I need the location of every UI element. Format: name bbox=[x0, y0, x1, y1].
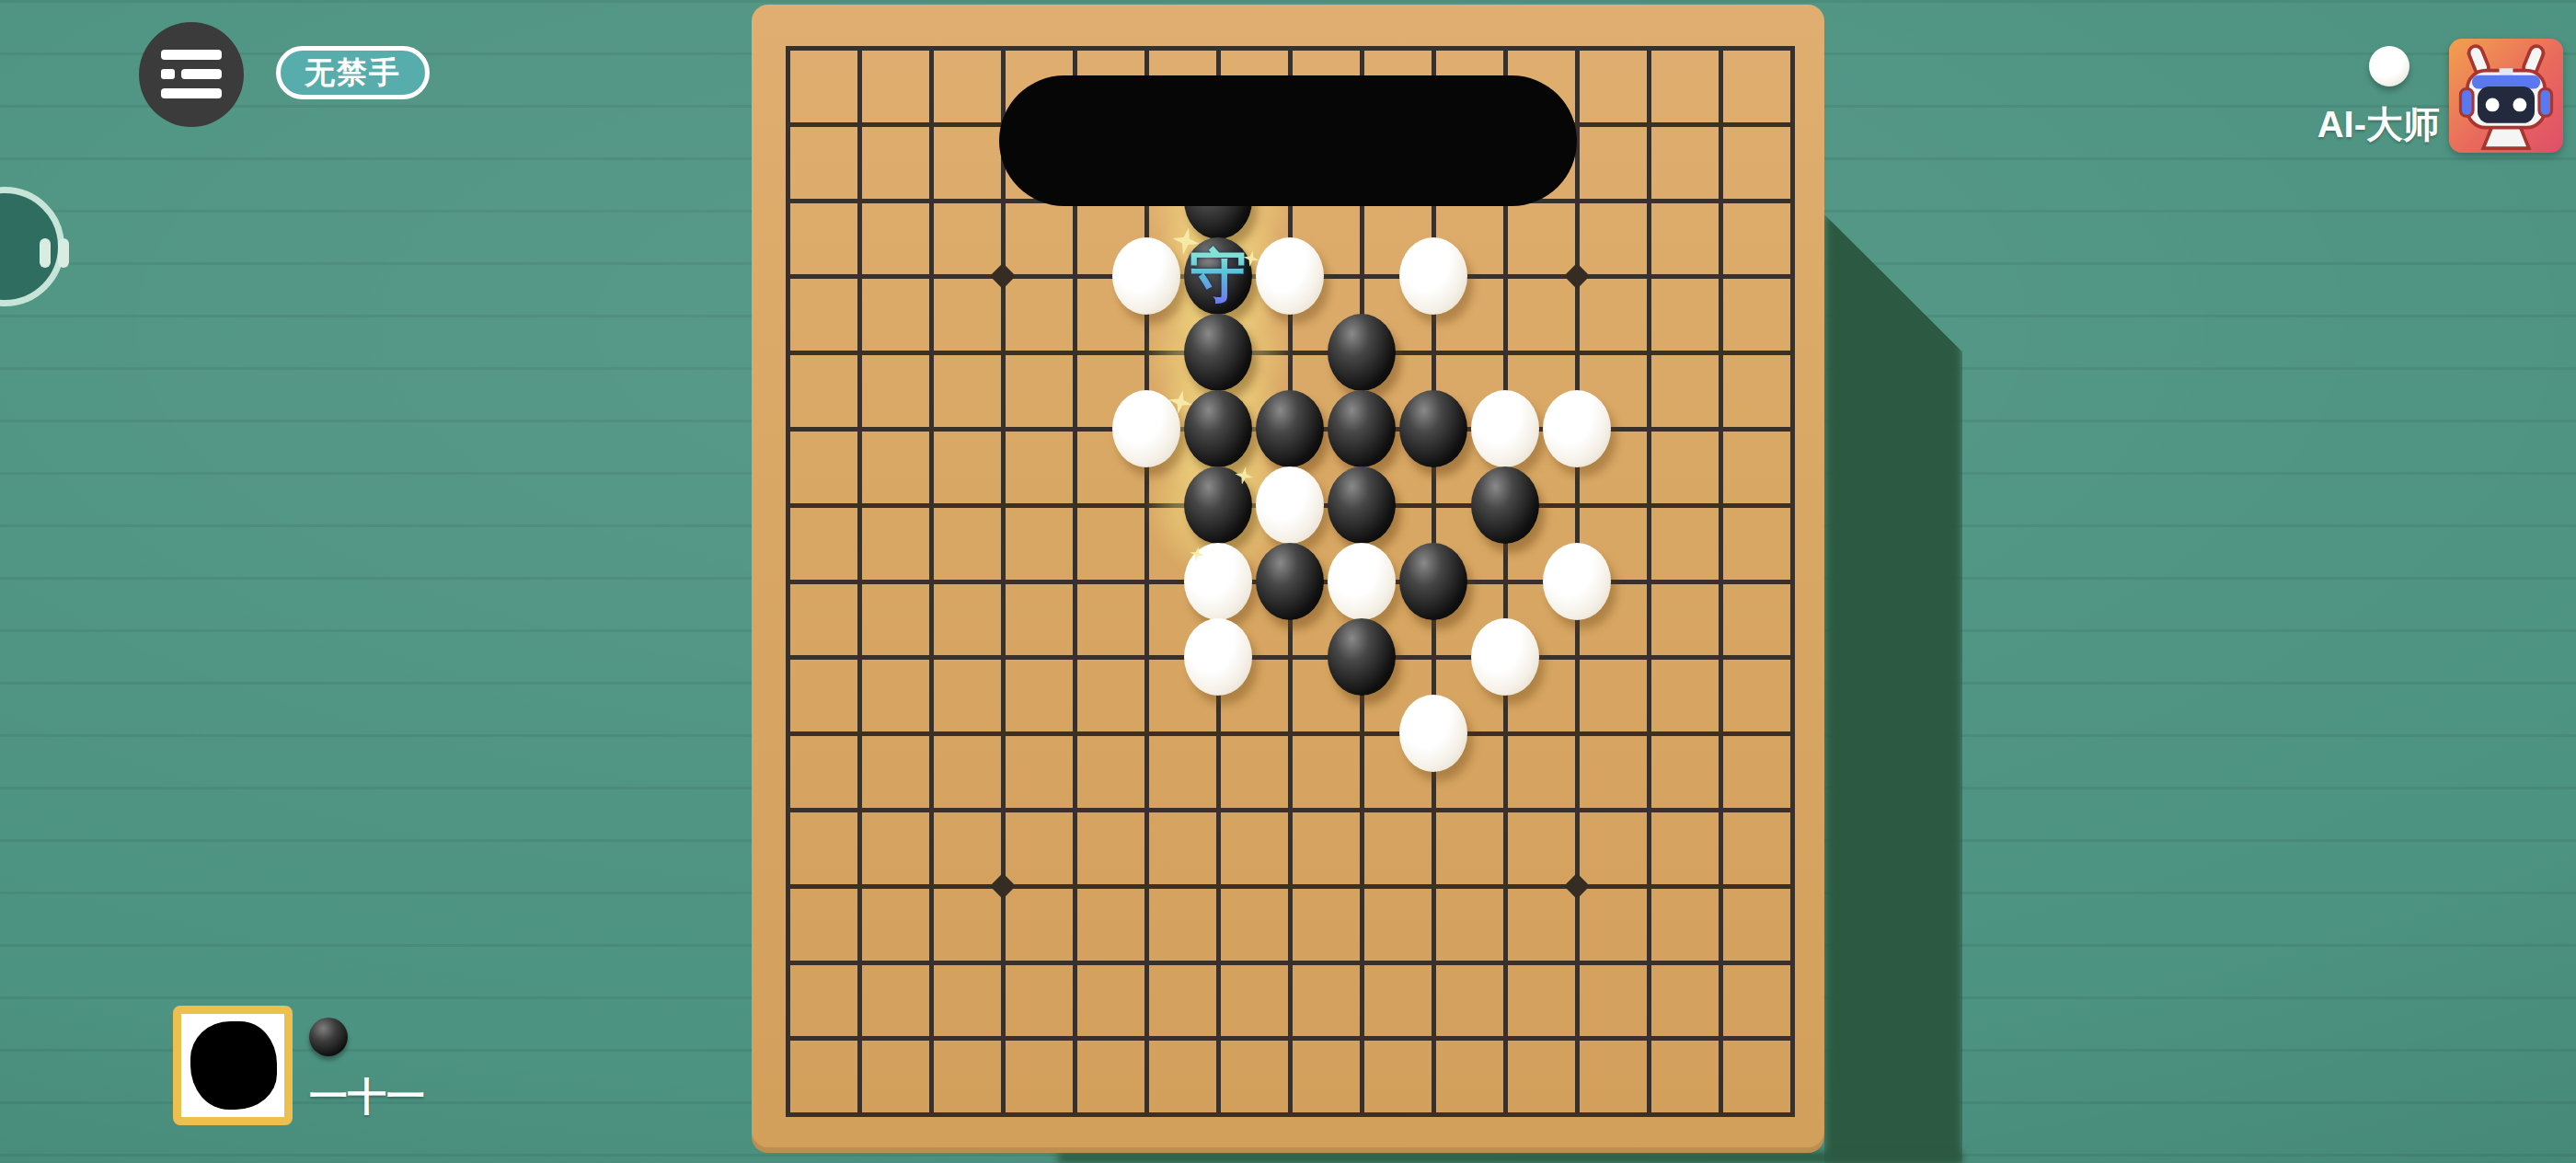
white-stone bbox=[1184, 618, 1252, 696]
side-drawer-handle[interactable] bbox=[0, 187, 64, 306]
black-player-name: 一十一 bbox=[309, 1071, 425, 1123]
pause-handle-icon bbox=[58, 238, 69, 268]
last-move-marker: 守 bbox=[1184, 237, 1252, 315]
game-screen: 守 无禁手 AI-大师 bbox=[0, 0, 2576, 1163]
white-stone-icon bbox=[2369, 46, 2409, 86]
white-stone bbox=[1543, 390, 1611, 467]
white-stone bbox=[1543, 543, 1611, 620]
board-cast-shadow-bottom bbox=[1058, 1152, 1962, 1163]
black-stone bbox=[1328, 466, 1396, 544]
white-stone bbox=[1471, 618, 1539, 696]
white-stone bbox=[1112, 237, 1180, 315]
ai-avatar bbox=[2449, 39, 2563, 153]
black-player-card bbox=[173, 1006, 293, 1125]
redacted-player-banner bbox=[999, 75, 1577, 206]
board-cast-shadow bbox=[1824, 214, 1962, 1163]
white-stone bbox=[1471, 390, 1539, 467]
white-stone bbox=[1399, 237, 1467, 315]
white-stone bbox=[1399, 695, 1467, 772]
black-stone bbox=[1256, 543, 1324, 620]
black-stone bbox=[1399, 390, 1467, 467]
white-stone bbox=[1112, 390, 1180, 467]
black-stone bbox=[1328, 618, 1396, 696]
gomoku-board[interactable]: 守 bbox=[752, 5, 1824, 1153]
white-stone bbox=[1328, 543, 1396, 620]
black-stone bbox=[1399, 543, 1467, 620]
black-stone bbox=[1184, 314, 1252, 391]
rule-badge: 无禁手 bbox=[276, 46, 430, 99]
ai-player-name: AI-大师 bbox=[2226, 99, 2440, 150]
black-stone-avatar bbox=[190, 1021, 277, 1110]
white-stone bbox=[1256, 237, 1324, 315]
black-stone bbox=[1328, 314, 1396, 391]
black-stone-icon bbox=[309, 1018, 348, 1056]
black-stone: 守 bbox=[1184, 237, 1252, 315]
menu-button[interactable] bbox=[139, 22, 244, 127]
white-stone bbox=[1256, 466, 1324, 544]
pause-handle-icon bbox=[40, 238, 51, 268]
black-stone bbox=[1328, 390, 1396, 467]
rule-badge-label: 无禁手 bbox=[305, 52, 401, 94]
black-stone bbox=[1471, 466, 1539, 544]
robot-icon bbox=[2449, 39, 2563, 153]
hamburger-icon bbox=[161, 50, 222, 99]
black-stone bbox=[1184, 390, 1252, 467]
black-stone bbox=[1256, 390, 1324, 467]
